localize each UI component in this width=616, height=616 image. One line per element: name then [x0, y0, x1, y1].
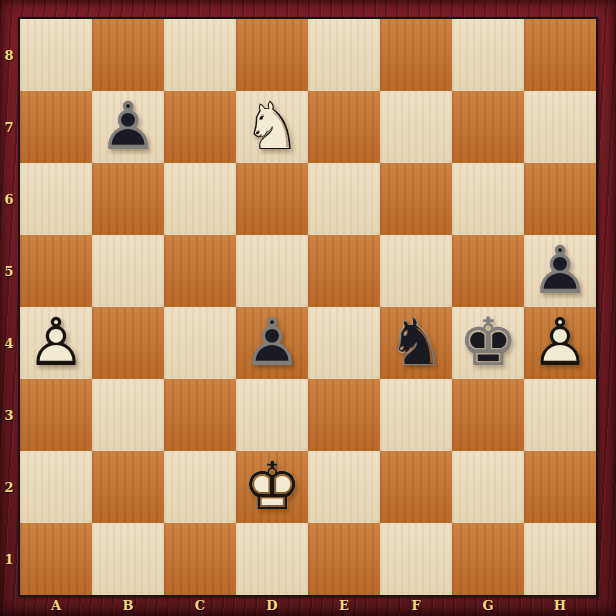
square-c8[interactable] — [164, 19, 236, 91]
square-d8[interactable] — [236, 19, 308, 91]
square-f2[interactable] — [380, 451, 452, 523]
square-e4[interactable] — [308, 307, 380, 379]
rank-label-2: 2 — [0, 451, 18, 523]
square-a3[interactable] — [20, 379, 92, 451]
file-label-d: D — [236, 595, 308, 616]
square-d2[interactable]: ♚♔ — [236, 451, 308, 523]
white-pawn[interactable]: ♟♙ — [20, 307, 92, 379]
square-e5[interactable] — [308, 235, 380, 307]
black-pawn-outline: ♙ — [524, 235, 596, 307]
square-c6[interactable] — [164, 163, 236, 235]
white-knight[interactable]: ♞♘ — [236, 91, 308, 163]
square-b2[interactable] — [92, 451, 164, 523]
square-h8[interactable] — [524, 19, 596, 91]
rank-label-4: 4 — [0, 307, 18, 379]
square-g2[interactable] — [452, 451, 524, 523]
square-c5[interactable] — [164, 235, 236, 307]
black-pawn[interactable]: ♟♙ — [524, 235, 596, 307]
square-e2[interactable] — [308, 451, 380, 523]
black-pawn-outline: ♙ — [92, 91, 164, 163]
rank-label-7: 7 — [0, 91, 18, 163]
square-g8[interactable] — [452, 19, 524, 91]
square-d3[interactable] — [236, 379, 308, 451]
file-label-f: F — [380, 595, 452, 616]
square-f7[interactable] — [380, 91, 452, 163]
square-h3[interactable] — [524, 379, 596, 451]
square-g5[interactable] — [452, 235, 524, 307]
rank-label-8: 8 — [0, 19, 18, 91]
square-e7[interactable] — [308, 91, 380, 163]
square-h1[interactable] — [524, 523, 596, 595]
square-g6[interactable] — [452, 163, 524, 235]
board-frame: ♟♙♞♘♟♙♟♙♟♙♞♘♚♔♟♙♚♔ 87654321 ABCDEFGH — [0, 0, 616, 616]
file-labels: ABCDEFGH — [20, 595, 596, 616]
square-h7[interactable] — [524, 91, 596, 163]
square-b4[interactable] — [92, 307, 164, 379]
white-king[interactable]: ♚♔ — [236, 451, 308, 523]
square-c1[interactable] — [164, 523, 236, 595]
black-king-outline: ♔ — [452, 307, 524, 379]
file-label-b: B — [92, 595, 164, 616]
square-g4[interactable]: ♚♔ — [452, 307, 524, 379]
white-pawn-outline: ♙ — [524, 307, 596, 379]
black-knight-outline: ♘ — [380, 307, 452, 379]
file-label-h: H — [524, 595, 596, 616]
square-h6[interactable] — [524, 163, 596, 235]
square-f8[interactable] — [380, 19, 452, 91]
square-c2[interactable] — [164, 451, 236, 523]
square-f6[interactable] — [380, 163, 452, 235]
square-g3[interactable] — [452, 379, 524, 451]
square-d4[interactable]: ♟♙ — [236, 307, 308, 379]
file-label-a: A — [20, 595, 92, 616]
square-e3[interactable] — [308, 379, 380, 451]
rank-labels: 87654321 — [0, 19, 18, 595]
square-d1[interactable] — [236, 523, 308, 595]
file-label-e: E — [308, 595, 380, 616]
square-b3[interactable] — [92, 379, 164, 451]
square-a1[interactable] — [20, 523, 92, 595]
square-e1[interactable] — [308, 523, 380, 595]
square-a8[interactable] — [20, 19, 92, 91]
rank-label-3: 3 — [0, 379, 18, 451]
chess-board: ♟♙♞♘♟♙♟♙♟♙♞♘♚♔♟♙♚♔ — [18, 17, 598, 597]
rank-label-5: 5 — [0, 235, 18, 307]
square-a7[interactable] — [20, 91, 92, 163]
square-b6[interactable] — [92, 163, 164, 235]
square-a5[interactable] — [20, 235, 92, 307]
square-d5[interactable] — [236, 235, 308, 307]
square-e8[interactable] — [308, 19, 380, 91]
square-c7[interactable] — [164, 91, 236, 163]
rank-label-6: 6 — [0, 163, 18, 235]
black-pawn-outline: ♙ — [236, 307, 308, 379]
square-b7[interactable]: ♟♙ — [92, 91, 164, 163]
square-c4[interactable] — [164, 307, 236, 379]
square-b8[interactable] — [92, 19, 164, 91]
square-f4[interactable]: ♞♘ — [380, 307, 452, 379]
square-b5[interactable] — [92, 235, 164, 307]
white-pawn[interactable]: ♟♙ — [524, 307, 596, 379]
square-g1[interactable] — [452, 523, 524, 595]
square-f5[interactable] — [380, 235, 452, 307]
square-h2[interactable] — [524, 451, 596, 523]
square-a2[interactable] — [20, 451, 92, 523]
square-c3[interactable] — [164, 379, 236, 451]
square-b1[interactable] — [92, 523, 164, 595]
square-f1[interactable] — [380, 523, 452, 595]
square-d7[interactable]: ♞♘ — [236, 91, 308, 163]
black-pawn[interactable]: ♟♙ — [92, 91, 164, 163]
square-a4[interactable]: ♟♙ — [20, 307, 92, 379]
white-knight-outline: ♘ — [236, 91, 308, 163]
square-f3[interactable] — [380, 379, 452, 451]
file-label-c: C — [164, 595, 236, 616]
file-label-g: G — [452, 595, 524, 616]
square-g7[interactable] — [452, 91, 524, 163]
rank-label-1: 1 — [0, 523, 18, 595]
square-d6[interactable] — [236, 163, 308, 235]
black-knight[interactable]: ♞♘ — [380, 307, 452, 379]
square-a6[interactable] — [20, 163, 92, 235]
black-king[interactable]: ♚♔ — [452, 307, 524, 379]
white-king-outline: ♔ — [236, 451, 308, 523]
square-e6[interactable] — [308, 163, 380, 235]
black-pawn[interactable]: ♟♙ — [236, 307, 308, 379]
white-pawn-outline: ♙ — [20, 307, 92, 379]
square-h5[interactable]: ♟♙ — [524, 235, 596, 307]
square-h4[interactable]: ♟♙ — [524, 307, 596, 379]
